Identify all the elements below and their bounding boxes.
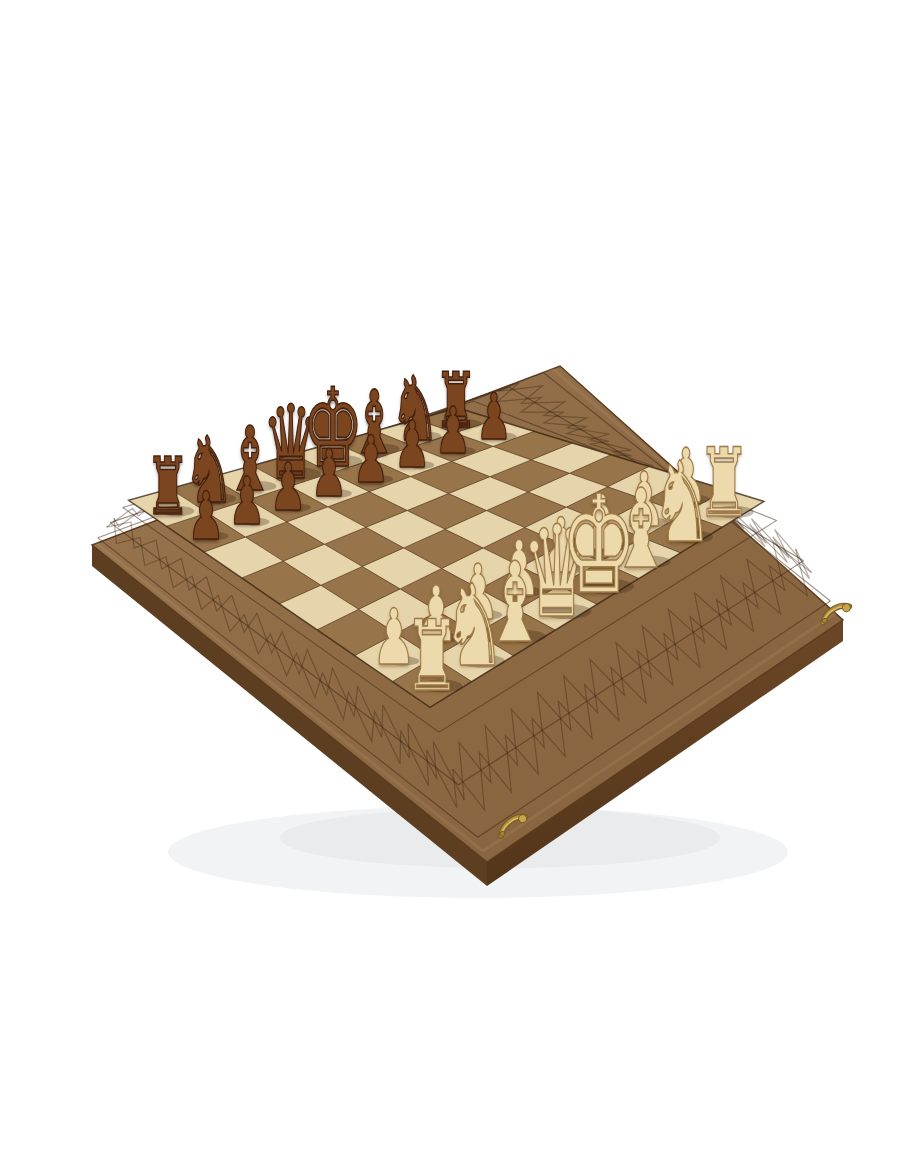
chess-board xyxy=(0,0,900,1174)
piece-contact-shadow xyxy=(554,564,585,573)
piece-contact-shadow xyxy=(366,475,393,483)
piece-contact-shadow xyxy=(284,504,311,512)
piece-contact-shadow xyxy=(406,431,441,442)
piece-contact-shadow xyxy=(513,587,544,596)
piece-contact-shadow xyxy=(712,506,754,518)
piece-contact-shadow xyxy=(201,532,228,540)
piece-contact-shadow xyxy=(242,481,276,491)
piece-contact-shadow xyxy=(490,433,516,441)
piece-contact-shadow xyxy=(460,654,505,667)
piece-contact-shadow xyxy=(408,461,435,469)
piece-contact-shadow xyxy=(471,610,502,619)
piece-contact-shadow xyxy=(503,630,546,643)
piece-contact-shadow xyxy=(366,444,400,454)
piece-contact-shadow xyxy=(449,447,475,455)
piece-contact-shadow xyxy=(321,455,363,468)
piece-contact-shadow xyxy=(280,468,321,480)
piece-contact-shadow xyxy=(242,518,269,526)
piece-contact-shadow xyxy=(629,555,671,568)
piece-contact-shadow xyxy=(582,579,634,595)
piece-contact-shadow xyxy=(679,495,710,504)
piece-contact-shadow xyxy=(325,489,352,497)
piece-contact-shadow xyxy=(541,604,591,619)
piece-contact-shadow xyxy=(448,419,481,429)
piece-contact-shadow xyxy=(420,680,463,693)
piece-contact-shadow xyxy=(387,656,419,666)
piece-contact-shadow xyxy=(200,493,236,504)
piece-contact-shadow xyxy=(160,506,195,516)
piece-contact-shadow xyxy=(638,518,669,527)
piece-contact-shadow xyxy=(429,633,461,642)
piece-contact-shadow xyxy=(596,541,627,550)
piece-contact-shadow xyxy=(669,530,713,543)
